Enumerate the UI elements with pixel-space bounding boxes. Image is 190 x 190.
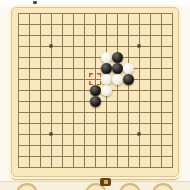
stone-white [101, 85, 112, 96]
toolbar-badge [100, 178, 111, 186]
play-icon [104, 180, 108, 184]
stone-white [123, 63, 134, 74]
stone-black [90, 85, 101, 96]
stone-white [101, 74, 112, 85]
gomoku-board[interactable] [11, 7, 179, 177]
move-cursor-marker [89, 73, 101, 85]
app-screen [0, 0, 190, 190]
stone-black [90, 96, 101, 107]
stone-black [112, 52, 123, 63]
status-bar [0, 0, 190, 7]
stone-black [101, 63, 112, 74]
stone-white [101, 52, 112, 63]
stone-black [112, 63, 123, 74]
stone-black [123, 74, 134, 85]
stone-white [112, 74, 123, 85]
status-bar-mark [33, 1, 37, 4]
